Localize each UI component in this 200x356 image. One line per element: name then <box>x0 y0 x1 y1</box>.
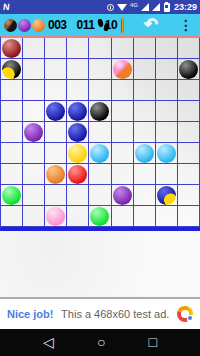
undo-button[interactable]: ↶ <box>144 15 158 35</box>
clock: 23:29 <box>174 2 197 12</box>
board-cell[interactable] <box>178 122 200 143</box>
board-cell[interactable] <box>67 143 89 164</box>
board-cell[interactable] <box>156 164 178 185</box>
ball-maroon[interactable] <box>2 39 21 58</box>
board-cell[interactable] <box>89 38 111 59</box>
board-cell[interactable] <box>45 206 67 227</box>
board-cell[interactable] <box>45 59 67 80</box>
signal-icon <box>141 3 149 11</box>
board-cell[interactable] <box>112 38 134 59</box>
board-cell[interactable] <box>45 122 67 143</box>
ball-cyan[interactable] <box>90 144 109 163</box>
game-board <box>0 36 200 231</box>
ball-red[interactable] <box>68 165 87 184</box>
board-cell[interactable] <box>1 80 23 101</box>
board-cell[interactable] <box>112 80 134 101</box>
overflow-menu-button[interactable]: ⋮ <box>176 15 196 35</box>
board-cell[interactable] <box>156 143 178 164</box>
board-cell[interactable] <box>134 80 156 101</box>
board-cell[interactable] <box>134 59 156 80</box>
board-cell[interactable] <box>23 59 45 80</box>
trophy-icon <box>70 19 74 31</box>
board-cell[interactable] <box>178 206 200 227</box>
board-cell[interactable] <box>23 206 45 227</box>
best-score-value: 011 <box>77 18 95 32</box>
ball-purple[interactable] <box>113 186 132 205</box>
board-cell[interactable] <box>1 59 23 80</box>
board-cell[interactable] <box>134 143 156 164</box>
board-cell[interactable] <box>45 143 67 164</box>
board-cell[interactable] <box>112 206 134 227</box>
board-cell[interactable] <box>45 101 67 122</box>
board-cell[interactable] <box>23 101 45 122</box>
board-cell[interactable] <box>67 185 89 206</box>
board-cell[interactable] <box>156 59 178 80</box>
board-cell[interactable] <box>23 164 45 185</box>
board-cell[interactable] <box>178 143 200 164</box>
next-ball-orange <box>32 19 45 32</box>
board-cell[interactable] <box>178 80 200 101</box>
board-cell[interactable] <box>1 38 23 59</box>
ball-cyan[interactable] <box>135 144 154 163</box>
board-cell[interactable] <box>178 164 200 185</box>
board-cell[interactable] <box>112 164 134 185</box>
board-cell[interactable] <box>156 80 178 101</box>
wifi-icon <box>117 4 127 11</box>
ball-purple[interactable] <box>24 123 43 142</box>
ad-body-text[interactable]: This a 468x60 test ad. <box>53 308 177 320</box>
board-cell[interactable] <box>134 38 156 59</box>
ball-cyan[interactable] <box>157 144 176 163</box>
board-cell[interactable] <box>134 101 156 122</box>
android-nav-bar: ◁ ○ □ <box>0 329 200 356</box>
board-cell[interactable] <box>134 206 156 227</box>
battery-icon <box>164 3 170 12</box>
board-cell[interactable] <box>23 143 45 164</box>
board-cell[interactable] <box>23 80 45 101</box>
ball-pink[interactable] <box>46 207 65 226</box>
board-cell[interactable] <box>112 59 134 80</box>
ball-black-yellow[interactable] <box>2 60 21 79</box>
board-cell[interactable] <box>67 101 89 122</box>
board-cell[interactable] <box>89 143 111 164</box>
ball-pink-orange[interactable] <box>113 60 132 79</box>
back-button[interactable]: ◁ <box>43 329 54 356</box>
board-cell[interactable] <box>45 38 67 59</box>
ball-black[interactable] <box>90 102 109 121</box>
board-cell[interactable] <box>89 185 111 206</box>
board-cell[interactable] <box>156 185 178 206</box>
board-cell[interactable] <box>23 122 45 143</box>
board-cell[interactable] <box>89 59 111 80</box>
recents-button[interactable]: □ <box>148 329 156 356</box>
ball-green[interactable] <box>90 207 109 226</box>
signal-icon-2 <box>152 3 160 11</box>
board-cell[interactable] <box>134 164 156 185</box>
next-ball-brown-black <box>4 19 17 32</box>
board-cell[interactable] <box>67 122 89 143</box>
alarm-icon <box>107 4 114 11</box>
ad-banner[interactable]: Nice job! This a 468x60 test ad. <box>0 299 200 329</box>
board-cell[interactable] <box>178 101 200 122</box>
board-cell[interactable] <box>67 38 89 59</box>
board-cell[interactable] <box>45 185 67 206</box>
paper-background <box>0 36 200 297</box>
board-cell[interactable] <box>112 101 134 122</box>
board-cell[interactable] <box>67 80 89 101</box>
board-cell[interactable] <box>156 206 178 227</box>
board-cell[interactable] <box>156 122 178 143</box>
board-cell[interactable] <box>178 185 200 206</box>
board-cell[interactable] <box>112 122 134 143</box>
board-cell[interactable] <box>67 206 89 227</box>
ball-navy[interactable] <box>68 102 87 121</box>
next-ball-purple <box>18 19 31 32</box>
board-cell[interactable] <box>1 143 23 164</box>
board-cell[interactable] <box>134 122 156 143</box>
score-value: 003 <box>48 18 67 32</box>
board-cell[interactable] <box>23 185 45 206</box>
game-toolbar: 003 011 10 ↶ ⋮ <box>0 14 200 36</box>
board-cell[interactable] <box>45 80 67 101</box>
phone-screen: N 4G 23:29 003 011 10 ↶ ⋮ Nice job! This… <box>0 0 200 356</box>
footprints-icon <box>97 19 101 32</box>
board-cell[interactable] <box>156 101 178 122</box>
board-cell[interactable] <box>45 164 67 185</box>
board-cell[interactable] <box>89 164 111 185</box>
next-balls-preview <box>4 19 45 32</box>
ad-headline[interactable]: Nice job! <box>7 308 53 320</box>
network-type-label: 4G <box>130 2 138 8</box>
ball-black[interactable] <box>179 60 198 79</box>
board-cell[interactable] <box>1 122 23 143</box>
board-cell[interactable] <box>178 38 200 59</box>
ball-navy[interactable] <box>68 123 87 142</box>
board-cell[interactable] <box>178 59 200 80</box>
ball-navy-yellow[interactable] <box>157 186 176 205</box>
home-button[interactable]: ○ <box>97 329 105 356</box>
board-cell[interactable] <box>89 80 111 101</box>
board-cell[interactable] <box>89 122 111 143</box>
ball-navy[interactable] <box>46 102 65 121</box>
board-cell[interactable] <box>89 101 111 122</box>
ball-orange[interactable] <box>46 165 65 184</box>
board-cell[interactable] <box>1 185 23 206</box>
board-cell[interactable] <box>112 143 134 164</box>
board-cell[interactable] <box>1 101 23 122</box>
status-bar: N 4G 23:29 <box>0 0 200 14</box>
board-cell[interactable] <box>112 185 134 206</box>
board-cell[interactable] <box>89 206 111 227</box>
board-cell[interactable] <box>1 206 23 227</box>
admob-logo-icon[interactable] <box>177 306 193 322</box>
board-cell[interactable] <box>1 164 23 185</box>
ball-green[interactable] <box>2 186 21 205</box>
color-bar-icon <box>121 18 124 33</box>
board-cell[interactable] <box>67 59 89 80</box>
notification-icon: N <box>2 0 10 14</box>
ball-yellow[interactable] <box>68 144 87 163</box>
board-cell[interactable] <box>134 185 156 206</box>
board-cell[interactable] <box>23 38 45 59</box>
board-cell[interactable] <box>156 38 178 59</box>
board-cell[interactable] <box>67 164 89 185</box>
